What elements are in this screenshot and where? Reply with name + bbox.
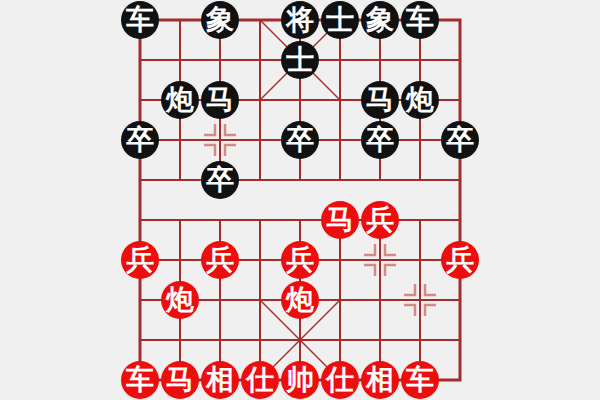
- piece-red-chariot[interactable]: 车: [121, 361, 159, 399]
- piece-red-cannon[interactable]: 炮: [281, 281, 319, 319]
- piece-red-chariot[interactable]: 车: [401, 361, 439, 399]
- xiangqi-board[interactable]: 车象将士象车士炮马马炮卒卒卒卒卒马兵兵兵兵兵炮炮车马相仕帅仕相车: [0, 0, 600, 400]
- piece-red-advisor[interactable]: 仕: [241, 361, 279, 399]
- piece-red-soldier[interactable]: 兵: [281, 241, 319, 279]
- piece-black-horse[interactable]: 马: [361, 81, 399, 119]
- piece-red-horse[interactable]: 马: [161, 361, 199, 399]
- piece-black-soldier[interactable]: 卒: [441, 121, 479, 159]
- piece-red-horse[interactable]: 马: [321, 201, 359, 239]
- piece-black-advisor[interactable]: 士: [321, 1, 359, 39]
- piece-black-general[interactable]: 将: [281, 1, 319, 39]
- piece-black-cannon[interactable]: 炮: [401, 81, 439, 119]
- piece-black-horse[interactable]: 马: [201, 81, 239, 119]
- piece-black-elephant[interactable]: 象: [361, 1, 399, 39]
- piece-red-elephant[interactable]: 相: [201, 361, 239, 399]
- app-background: 车象将士象车士炮马马炮卒卒卒卒卒马兵兵兵兵兵炮炮车马相仕帅仕相车: [0, 0, 600, 400]
- piece-black-elephant[interactable]: 象: [201, 1, 239, 39]
- piece-black-cannon[interactable]: 炮: [161, 81, 199, 119]
- piece-black-soldier[interactable]: 卒: [201, 161, 239, 199]
- piece-black-advisor[interactable]: 士: [281, 41, 319, 79]
- piece-black-chariot[interactable]: 车: [401, 1, 439, 39]
- piece-red-advisor[interactable]: 仕: [321, 361, 359, 399]
- piece-black-soldier[interactable]: 卒: [121, 121, 159, 159]
- piece-black-soldier[interactable]: 卒: [281, 121, 319, 159]
- piece-red-cannon[interactable]: 炮: [161, 281, 199, 319]
- piece-red-soldier[interactable]: 兵: [361, 201, 399, 239]
- piece-red-soldier[interactable]: 兵: [201, 241, 239, 279]
- piece-black-soldier[interactable]: 卒: [361, 121, 399, 159]
- piece-red-elephant[interactable]: 相: [361, 361, 399, 399]
- piece-red-general[interactable]: 帅: [281, 361, 319, 399]
- piece-black-chariot[interactable]: 车: [121, 1, 159, 39]
- piece-red-soldier[interactable]: 兵: [441, 241, 479, 279]
- piece-red-soldier[interactable]: 兵: [121, 241, 159, 279]
